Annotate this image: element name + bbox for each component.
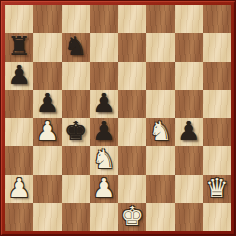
piece-black-pawn[interactable]: ♟ (5, 62, 33, 89)
square-h6[interactable] (203, 62, 231, 90)
square-e3[interactable] (118, 146, 146, 174)
square-d4[interactable]: ♟ (90, 118, 118, 146)
piece-white-queen[interactable]: ♛ (203, 175, 231, 202)
square-g6[interactable] (175, 62, 203, 90)
square-c1[interactable] (62, 203, 90, 231)
square-b7[interactable] (33, 33, 61, 61)
piece-black-pawn[interactable]: ♟ (90, 90, 118, 117)
square-h7[interactable] (203, 33, 231, 61)
square-g5[interactable] (175, 90, 203, 118)
piece-white-pawn[interactable]: ♟ (33, 118, 61, 145)
square-a2[interactable]: ♟ (5, 175, 33, 203)
square-h3[interactable] (203, 146, 231, 174)
square-c2[interactable] (62, 175, 90, 203)
square-d5[interactable]: ♟ (90, 90, 118, 118)
piece-black-knight[interactable]: ♞ (62, 33, 90, 60)
square-g8[interactable] (175, 5, 203, 33)
piece-white-knight[interactable]: ♞ (90, 146, 118, 173)
square-e7[interactable] (118, 33, 146, 61)
square-e2[interactable] (118, 175, 146, 203)
square-b4[interactable]: ♟ (33, 118, 61, 146)
square-a4[interactable] (5, 118, 33, 146)
square-e5[interactable] (118, 90, 146, 118)
piece-white-king[interactable]: ♚ (118, 203, 146, 230)
square-g7[interactable] (175, 33, 203, 61)
piece-black-pawn[interactable]: ♟ (90, 118, 118, 145)
square-c5[interactable] (62, 90, 90, 118)
square-a8[interactable] (5, 5, 33, 33)
square-c7[interactable]: ♞ (62, 33, 90, 61)
square-c4[interactable]: ♚ (62, 118, 90, 146)
square-c8[interactable] (62, 5, 90, 33)
square-c3[interactable] (62, 146, 90, 174)
piece-black-pawn[interactable]: ♟ (175, 118, 203, 145)
square-f1[interactable] (146, 203, 174, 231)
board-frame: ♜♞♟♟♟♟♚♟♞♟♞♟♟♛♚ (0, 0, 236, 236)
square-a6[interactable]: ♟ (5, 62, 33, 90)
square-d7[interactable] (90, 33, 118, 61)
square-g1[interactable] (175, 203, 203, 231)
square-g3[interactable] (175, 146, 203, 174)
square-d3[interactable]: ♞ (90, 146, 118, 174)
square-d2[interactable]: ♟ (90, 175, 118, 203)
square-a7[interactable]: ♜ (5, 33, 33, 61)
square-b6[interactable] (33, 62, 61, 90)
square-f4[interactable]: ♞ (146, 118, 174, 146)
piece-white-pawn[interactable]: ♟ (5, 175, 33, 202)
square-a3[interactable] (5, 146, 33, 174)
square-f5[interactable] (146, 90, 174, 118)
square-b8[interactable] (33, 5, 61, 33)
square-f3[interactable] (146, 146, 174, 174)
square-h2[interactable]: ♛ (203, 175, 231, 203)
square-h1[interactable] (203, 203, 231, 231)
square-h8[interactable] (203, 5, 231, 33)
square-e1[interactable]: ♚ (118, 203, 146, 231)
piece-white-knight[interactable]: ♞ (146, 118, 174, 145)
square-f6[interactable] (146, 62, 174, 90)
square-b3[interactable] (33, 146, 61, 174)
square-b5[interactable]: ♟ (33, 90, 61, 118)
square-b1[interactable] (33, 203, 61, 231)
square-d1[interactable] (90, 203, 118, 231)
square-f8[interactable] (146, 5, 174, 33)
square-d8[interactable] (90, 5, 118, 33)
square-a1[interactable] (5, 203, 33, 231)
square-g4[interactable]: ♟ (175, 118, 203, 146)
square-a5[interactable] (5, 90, 33, 118)
piece-black-rook[interactable]: ♜ (5, 33, 33, 60)
piece-white-pawn[interactable]: ♟ (90, 175, 118, 202)
square-c6[interactable] (62, 62, 90, 90)
square-e4[interactable] (118, 118, 146, 146)
square-h4[interactable] (203, 118, 231, 146)
square-d6[interactable] (90, 62, 118, 90)
square-e8[interactable] (118, 5, 146, 33)
square-f7[interactable] (146, 33, 174, 61)
square-h5[interactable] (203, 90, 231, 118)
square-f2[interactable] (146, 175, 174, 203)
square-e6[interactable] (118, 62, 146, 90)
square-g2[interactable] (175, 175, 203, 203)
piece-black-king[interactable]: ♚ (62, 118, 90, 145)
square-b2[interactable] (33, 175, 61, 203)
piece-black-pawn[interactable]: ♟ (33, 90, 61, 117)
chess-board: ♜♞♟♟♟♟♚♟♞♟♞♟♟♛♚ (5, 5, 231, 231)
